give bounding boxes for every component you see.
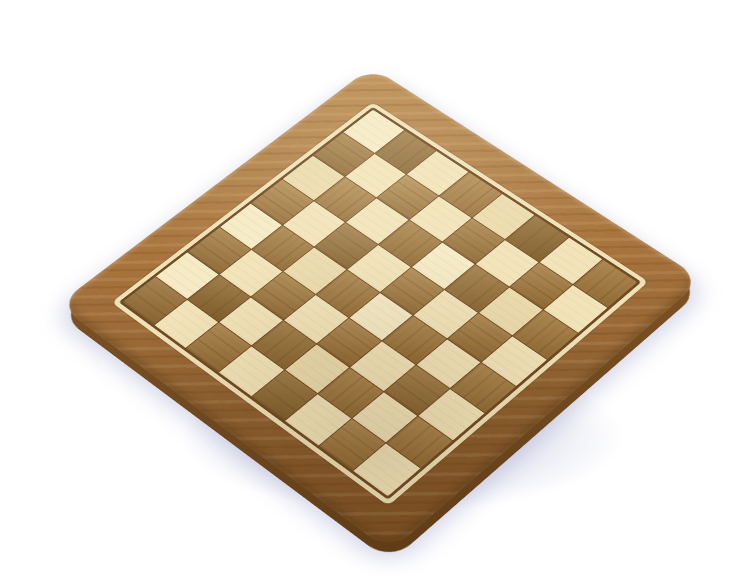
chessboard xyxy=(152,64,608,520)
board-frame xyxy=(58,67,702,552)
board-grid xyxy=(123,110,637,497)
product-photo xyxy=(0,0,750,576)
inlay-seam xyxy=(119,107,642,500)
inlay-border-line xyxy=(111,102,648,506)
